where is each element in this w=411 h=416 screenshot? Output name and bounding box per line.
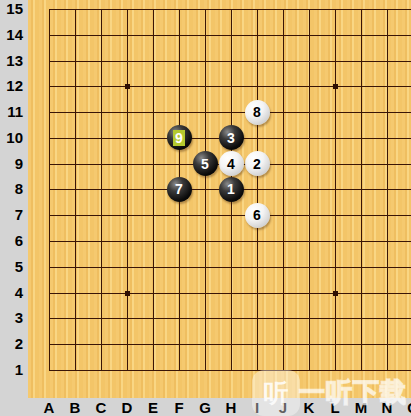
- row-label-14: 14: [0, 26, 23, 44]
- move-number: 6: [253, 208, 261, 222]
- white-stone-8: 8: [245, 100, 270, 125]
- row-label-8: 8: [0, 180, 23, 198]
- col-label-H: H: [221, 400, 241, 416]
- col-label-C: C: [91, 400, 111, 416]
- black-stone-7: 7: [167, 177, 192, 202]
- col-label-E: E: [143, 400, 163, 416]
- black-stone-1: 1: [219, 177, 244, 202]
- stones-layer: 123456789: [36, 0, 411, 383]
- white-stone-6: 6: [245, 203, 270, 228]
- row-label-10: 10: [0, 129, 23, 147]
- move-number: 1: [227, 182, 235, 196]
- col-label-F: F: [169, 400, 189, 416]
- row-label-4: 4: [0, 284, 23, 302]
- col-label-B: B: [65, 400, 85, 416]
- music-note-icon: 听: [264, 377, 289, 410]
- col-label-G: G: [195, 400, 215, 416]
- move-number: 5: [201, 157, 209, 171]
- black-stone-9: 9: [167, 125, 192, 150]
- row-label-12: 12: [0, 77, 23, 95]
- move-number: 8: [253, 105, 261, 119]
- black-stone-5: 5: [193, 151, 218, 176]
- move-number: 3: [227, 131, 235, 145]
- white-stone-2: 2: [245, 151, 270, 176]
- move-number: 7: [175, 182, 183, 196]
- row-label-7: 7: [0, 206, 23, 224]
- move-number: 4: [227, 157, 235, 171]
- move-number: 9: [173, 130, 185, 146]
- white-stone-4: 4: [219, 151, 244, 176]
- row-label-2: 2: [0, 335, 23, 353]
- watermark-app-icon: 听: [252, 370, 300, 416]
- col-label-D: D: [117, 400, 137, 416]
- row-label-13: 13: [0, 52, 23, 70]
- col-label-A: A: [39, 400, 59, 416]
- row-label-1: 1: [0, 361, 23, 379]
- row-label-3: 3: [0, 309, 23, 327]
- watermark-text: 一听下载: [299, 375, 407, 410]
- move-number: 2: [253, 157, 261, 171]
- row-label-6: 6: [0, 232, 23, 250]
- row-label-9: 9: [0, 155, 23, 173]
- gomoku-diagram: 151413121110987654321 ABCDEFGHIJKLMNO 12…: [0, 0, 411, 416]
- row-label-5: 5: [0, 258, 23, 276]
- black-stone-3: 3: [219, 125, 244, 150]
- row-label-11: 11: [0, 103, 23, 121]
- row-label-15: 15: [0, 0, 23, 18]
